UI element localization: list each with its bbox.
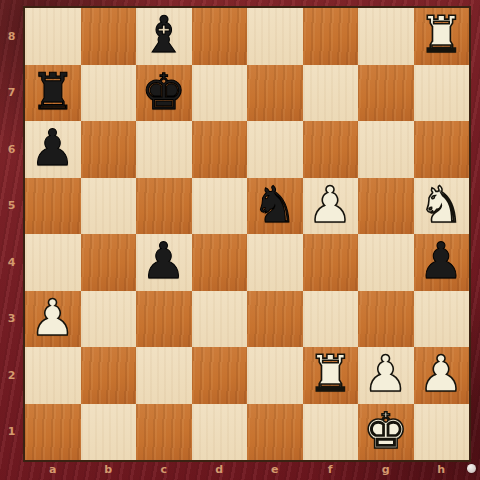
square-e2[interactable] (247, 347, 303, 404)
piece-white-pawn[interactable]: ♟ (308, 180, 353, 230)
square-h3[interactable] (414, 291, 470, 348)
square-h5[interactable]: ♞ (414, 178, 470, 235)
chessboard: 87654321 ♝♜♜♚♟♞♟♞♟♟♟♜♟♟♚ abcdefgh (0, 0, 480, 480)
square-d7[interactable] (192, 65, 248, 122)
square-a1[interactable] (25, 404, 81, 461)
square-f1[interactable] (303, 404, 359, 461)
file-labels: abcdefgh (25, 458, 469, 480)
rank-label-6: 6 (0, 121, 23, 178)
square-f7[interactable] (303, 65, 359, 122)
square-h2[interactable]: ♟ (414, 347, 470, 404)
square-d5[interactable] (192, 178, 248, 235)
square-a6[interactable]: ♟ (25, 121, 81, 178)
file-label-d: d (192, 458, 248, 480)
square-b1[interactable] (81, 404, 137, 461)
square-g8[interactable] (358, 8, 414, 65)
board-grid: ♝♜♜♚♟♞♟♞♟♟♟♜♟♟♚ (25, 8, 469, 460)
file-label-f: f (303, 458, 359, 480)
square-c3[interactable] (136, 291, 192, 348)
square-e5[interactable]: ♞ (247, 178, 303, 235)
piece-white-knight[interactable]: ♞ (419, 180, 464, 230)
square-a3[interactable]: ♟ (25, 291, 81, 348)
square-a7[interactable]: ♜ (25, 65, 81, 122)
rank-label-5: 5 (0, 178, 23, 235)
square-e4[interactable] (247, 234, 303, 291)
rank-labels: 87654321 (0, 8, 23, 460)
square-c1[interactable] (136, 404, 192, 461)
square-e1[interactable] (247, 404, 303, 461)
square-a8[interactable] (25, 8, 81, 65)
square-f6[interactable] (303, 121, 359, 178)
square-f2[interactable]: ♜ (303, 347, 359, 404)
square-d2[interactable] (192, 347, 248, 404)
square-d4[interactable] (192, 234, 248, 291)
square-g1[interactable]: ♚ (358, 404, 414, 461)
piece-white-rook[interactable]: ♜ (419, 10, 464, 60)
piece-white-rook[interactable]: ♜ (308, 349, 353, 399)
file-label-a: a (25, 458, 81, 480)
corner-dot (467, 464, 476, 473)
square-b8[interactable] (81, 8, 137, 65)
square-g7[interactable] (358, 65, 414, 122)
piece-white-king[interactable]: ♚ (363, 406, 408, 456)
piece-white-pawn[interactable]: ♟ (30, 293, 75, 343)
piece-black-bishop[interactable]: ♝ (141, 10, 186, 60)
square-a2[interactable] (25, 347, 81, 404)
square-e8[interactable] (247, 8, 303, 65)
square-h7[interactable] (414, 65, 470, 122)
file-label-e: e (247, 458, 303, 480)
board-frame: ♝♜♜♚♟♞♟♞♟♟♟♜♟♟♚ (23, 6, 471, 462)
file-label-g: g (358, 458, 414, 480)
rank-label-8: 8 (0, 8, 23, 65)
square-f8[interactable] (303, 8, 359, 65)
square-g2[interactable]: ♟ (358, 347, 414, 404)
square-c2[interactable] (136, 347, 192, 404)
square-h8[interactable]: ♜ (414, 8, 470, 65)
piece-black-king[interactable]: ♚ (141, 67, 186, 117)
square-h6[interactable] (414, 121, 470, 178)
piece-black-pawn[interactable]: ♟ (141, 236, 186, 286)
square-e7[interactable] (247, 65, 303, 122)
square-d3[interactable] (192, 291, 248, 348)
piece-black-pawn[interactable]: ♟ (30, 123, 75, 173)
square-c7[interactable]: ♚ (136, 65, 192, 122)
square-d6[interactable] (192, 121, 248, 178)
square-b4[interactable] (81, 234, 137, 291)
rank-label-1: 1 (0, 404, 23, 461)
piece-black-knight[interactable]: ♞ (252, 180, 297, 230)
square-e3[interactable] (247, 291, 303, 348)
square-b5[interactable] (81, 178, 137, 235)
square-c6[interactable] (136, 121, 192, 178)
piece-black-rook[interactable]: ♜ (30, 67, 75, 117)
square-g4[interactable] (358, 234, 414, 291)
square-b7[interactable] (81, 65, 137, 122)
square-b2[interactable] (81, 347, 137, 404)
piece-white-pawn[interactable]: ♟ (363, 349, 408, 399)
square-f4[interactable] (303, 234, 359, 291)
rank-label-2: 2 (0, 347, 23, 404)
square-b6[interactable] (81, 121, 137, 178)
square-a4[interactable] (25, 234, 81, 291)
square-g3[interactable] (358, 291, 414, 348)
square-a5[interactable] (25, 178, 81, 235)
rank-label-3: 3 (0, 291, 23, 348)
square-b3[interactable] (81, 291, 137, 348)
rank-label-4: 4 (0, 234, 23, 291)
square-c8[interactable]: ♝ (136, 8, 192, 65)
rank-label-7: 7 (0, 65, 23, 122)
piece-black-pawn[interactable]: ♟ (419, 236, 464, 286)
square-h4[interactable]: ♟ (414, 234, 470, 291)
square-d1[interactable] (192, 404, 248, 461)
square-h1[interactable] (414, 404, 470, 461)
square-g5[interactable] (358, 178, 414, 235)
square-g6[interactable] (358, 121, 414, 178)
square-c5[interactable] (136, 178, 192, 235)
square-c4[interactable]: ♟ (136, 234, 192, 291)
file-label-h: h (414, 458, 470, 480)
file-label-c: c (136, 458, 192, 480)
square-e6[interactable] (247, 121, 303, 178)
file-label-b: b (81, 458, 137, 480)
square-f3[interactable] (303, 291, 359, 348)
piece-white-pawn[interactable]: ♟ (419, 349, 464, 399)
square-d8[interactable] (192, 8, 248, 65)
square-f5[interactable]: ♟ (303, 178, 359, 235)
